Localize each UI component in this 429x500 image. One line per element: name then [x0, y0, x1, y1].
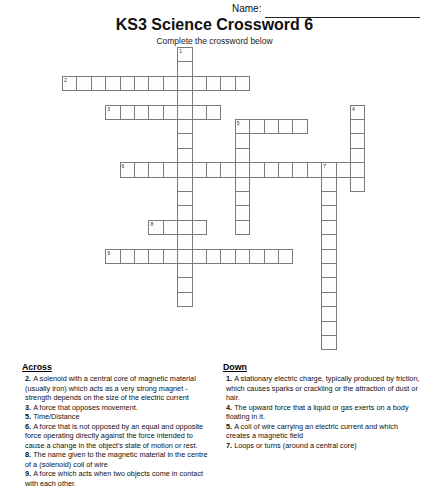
grid-cell[interactable] — [321, 277, 336, 292]
grid-cell[interactable] — [148, 162, 163, 177]
grid-cell[interactable] — [163, 220, 178, 235]
grid-cell[interactable] — [177, 148, 192, 163]
grid-cell[interactable] — [350, 177, 365, 192]
grid-cell[interactable]: 2 — [62, 76, 77, 91]
name-row: Name: — [232, 3, 422, 14]
name-label: Name: — [232, 3, 261, 14]
grid-cell[interactable] — [249, 119, 264, 134]
clue-number: 8 — [150, 221, 153, 227]
crossword-grid: 123456789 — [62, 47, 365, 350]
grid-cell[interactable] — [163, 105, 178, 120]
down-clues: Down 1. A stationary electric charge, ty… — [223, 362, 420, 488]
grid-cell[interactable] — [278, 119, 293, 134]
grid-cell[interactable] — [235, 76, 250, 91]
grid-cell[interactable] — [148, 249, 163, 264]
grid-cell[interactable] — [177, 292, 192, 307]
grid-cell[interactable] — [321, 249, 336, 264]
grid-cell[interactable] — [177, 263, 192, 278]
grid-cell[interactable] — [235, 249, 250, 264]
grid-cell[interactable]: 7 — [321, 162, 336, 177]
grid-cell[interactable] — [321, 263, 336, 278]
grid-cell[interactable]: 1 — [177, 47, 192, 62]
grid-cell[interactable] — [235, 177, 250, 192]
grid-cell[interactable] — [177, 76, 192, 91]
clue-item: 3. A force that opposes movement. — [25, 403, 214, 413]
grid-cell[interactable] — [177, 105, 192, 120]
grid-cell[interactable] — [278, 249, 293, 264]
grid-cell[interactable] — [321, 292, 336, 307]
clue-item: 6. A force that is not opposed by an equ… — [25, 422, 214, 451]
clue-item: 2. A solenoid with a central core of mag… — [25, 374, 214, 403]
grid-cell[interactable] — [177, 234, 192, 249]
grid-cell[interactable] — [220, 249, 235, 264]
grid-cell[interactable] — [264, 249, 279, 264]
grid-cell[interactable] — [321, 306, 336, 321]
grid-cell[interactable] — [235, 148, 250, 163]
grid-cell[interactable] — [120, 105, 135, 120]
clue-number: 1 — [179, 48, 182, 54]
grid-cell[interactable] — [148, 76, 163, 91]
page-title: KS3 Science Crossword 6 — [0, 16, 429, 34]
grid-cell[interactable] — [206, 76, 221, 91]
clue-item: 5. Time/Distance — [25, 412, 214, 422]
clue-number: 7 — [323, 163, 326, 169]
grid-cell[interactable]: 4 — [350, 105, 365, 120]
down-clue-list: 1. A stationary electric charge, typical… — [223, 374, 420, 450]
grid-cell[interactable] — [235, 133, 250, 148]
grid-cell[interactable] — [264, 119, 279, 134]
clue-item: 5. A coil of wire carrying an electric c… — [226, 422, 420, 441]
grid-cell[interactable] — [206, 105, 221, 120]
grid-cell[interactable] — [134, 249, 149, 264]
grid-cell[interactable]: 8 — [148, 220, 163, 235]
grid-cell[interactable] — [321, 205, 336, 220]
grid-cell[interactable] — [148, 105, 163, 120]
across-clue-list: 2. A solenoid with a central core of mag… — [22, 374, 214, 488]
grid-cell[interactable] — [177, 119, 192, 134]
grid-cell[interactable] — [177, 220, 192, 235]
grid-cell[interactable] — [177, 177, 192, 192]
grid-cell[interactable] — [307, 162, 322, 177]
grid-cell[interactable] — [76, 76, 91, 91]
clues-section: Across 2. A solenoid with a central core… — [22, 362, 420, 488]
grid-cell[interactable] — [249, 162, 264, 177]
down-heading: Down — [223, 362, 420, 372]
clue-item: 8. The name given to the magnetic materi… — [25, 450, 214, 469]
grid-cell[interactable] — [206, 162, 221, 177]
grid-cell[interactable] — [177, 191, 192, 206]
grid-cell[interactable] — [220, 162, 235, 177]
grid-cell[interactable] — [177, 133, 192, 148]
clue-item: 9. A force which acts when two objects c… — [25, 469, 214, 488]
clue-item: 7. Loops or turns (around a central core… — [226, 441, 420, 451]
grid-cell[interactable] — [177, 90, 192, 105]
grid-cell[interactable]: 6 — [120, 162, 135, 177]
grid-cell[interactable]: 9 — [105, 249, 120, 264]
grid-cell[interactable] — [321, 234, 336, 249]
grid-cell[interactable] — [192, 76, 207, 91]
across-clues: Across 2. A solenoid with a central core… — [22, 362, 214, 488]
grid-cell[interactable] — [177, 162, 192, 177]
grid-cell[interactable] — [321, 321, 336, 336]
grid-cell[interactable] — [177, 277, 192, 292]
grid-cell[interactable] — [163, 162, 178, 177]
clue-item: 4. The upward force that a liquid or gas… — [226, 403, 420, 422]
grid-cell[interactable] — [235, 162, 250, 177]
grid-cell[interactable] — [163, 76, 178, 91]
grid-cell[interactable] — [163, 249, 178, 264]
page-subtitle: Complete the crossword below — [0, 36, 429, 46]
grid-cell[interactable] — [321, 191, 336, 206]
grid-cell[interactable] — [177, 205, 192, 220]
grid-cell[interactable] — [321, 220, 336, 235]
grid-cell[interactable] — [336, 162, 351, 177]
grid-cell[interactable] — [235, 205, 250, 220]
grid-cell[interactable] — [350, 119, 365, 134]
clue-number: 5 — [237, 120, 240, 126]
grid-cell[interactable] — [249, 249, 264, 264]
grid-cell[interactable] — [177, 249, 192, 264]
grid-cell[interactable] — [321, 177, 336, 192]
grid-cell[interactable] — [278, 162, 293, 177]
clue-number: 4 — [352, 106, 355, 112]
grid-cell[interactable] — [134, 105, 149, 120]
grid-cell[interactable] — [192, 162, 207, 177]
grid-cell[interactable] — [264, 162, 279, 177]
grid-cell[interactable] — [192, 249, 207, 264]
grid-cell[interactable] — [192, 220, 207, 235]
grid-cell[interactable] — [321, 335, 336, 350]
grid-cell[interactable] — [292, 162, 307, 177]
grid-cell[interactable] — [350, 162, 365, 177]
clue-item: 1. A stationary electric charge, typical… — [226, 374, 420, 403]
grid-cell[interactable]: 3 — [105, 105, 120, 120]
clue-number: 2 — [64, 77, 67, 83]
grid-cell[interactable]: 5 — [235, 119, 250, 134]
grid-cell[interactable] — [120, 76, 135, 91]
grid-cell[interactable] — [192, 105, 207, 120]
grid-cell[interactable] — [120, 249, 135, 264]
clue-number: 3 — [107, 106, 110, 112]
clue-number: 9 — [107, 250, 110, 256]
grid-cell[interactable] — [134, 162, 149, 177]
grid-cell[interactable] — [350, 133, 365, 148]
grid-cell[interactable] — [292, 119, 307, 134]
grid-cell[interactable] — [105, 76, 120, 91]
grid-cell[interactable] — [134, 76, 149, 91]
grid-cell[interactable] — [235, 191, 250, 206]
grid-cell[interactable] — [177, 61, 192, 76]
grid-cell[interactable] — [206, 249, 221, 264]
grid-cell[interactable] — [91, 76, 106, 91]
grid-cell[interactable] — [235, 220, 250, 235]
clue-number: 6 — [122, 163, 125, 169]
grid-cell[interactable] — [350, 148, 365, 163]
across-heading: Across — [22, 362, 214, 372]
grid-cell[interactable] — [220, 76, 235, 91]
